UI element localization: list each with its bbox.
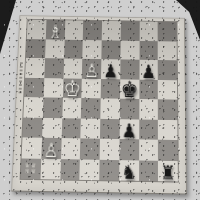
square-g4[interactable] [139,99,158,119]
square-a5[interactable] [24,77,44,97]
square-b4[interactable] [43,97,63,117]
square-d4[interactable] [81,98,101,118]
frame-stamp-marking [19,62,23,93]
square-g6[interactable]: ♟ [139,60,158,80]
square-h6[interactable] [158,60,177,80]
square-e6[interactable]: ♟ [101,59,120,79]
square-h4[interactable] [158,99,177,119]
square-a1[interactable]: ♛♛♛♛ [21,158,41,179]
square-a3[interactable] [22,117,42,138]
chessboard-photo: ♗♙♟♟♔♚♟♙♛♛♛♛♞♜ [0,0,200,200]
square-h2[interactable] [158,140,178,161]
square-a4[interactable] [23,97,43,117]
square-c3[interactable] [61,118,81,139]
square-b3[interactable] [42,117,62,138]
square-d8[interactable] [83,21,102,40]
square-d7[interactable] [83,40,102,60]
square-g7[interactable] [139,40,158,60]
piece-black-rook-h1[interactable]: ♜ [160,163,175,183]
square-d3[interactable] [81,118,101,139]
square-c2[interactable] [61,138,81,159]
square-g1[interactable] [139,160,159,181]
square-f1[interactable]: ♞ [119,160,139,181]
square-h7[interactable] [158,41,177,61]
square-b8[interactable]: ♗ [46,20,65,39]
square-d6[interactable]: ♙ [82,59,101,79]
board-grid[interactable]: ♗♙♟♟♔♚♟♙♛♛♛♛♞♜ [21,20,178,182]
board-frame: ♗♙♟♟♔♚♟♙♛♛♛♛♞♜ [11,15,187,194]
square-d2[interactable] [80,138,100,159]
square-a6[interactable] [25,58,45,78]
square-a8[interactable] [27,20,46,39]
piece-white-bishop-b8[interactable]: ♗ [48,23,63,41]
square-g8[interactable] [139,22,158,41]
square-c8[interactable] [64,20,83,39]
square-g2[interactable] [139,139,159,160]
square-e4[interactable] [100,98,119,118]
square-e7[interactable] [101,40,120,60]
square-f7[interactable] [120,40,139,60]
square-g3[interactable] [139,119,158,140]
square-d1[interactable] [80,159,100,180]
piece-white-king-c5[interactable]: ♔ [63,78,81,100]
square-c1[interactable] [60,159,80,180]
piece-black-pawn-e6[interactable]: ♟ [103,62,118,80]
board-maker-logo-row: ♛♛ [24,168,37,174]
square-c5[interactable]: ♔ [62,78,82,98]
square-c7[interactable] [64,39,83,59]
piece-white-pawn-b2[interactable]: ♙ [43,141,59,160]
square-a7[interactable] [26,39,46,59]
square-e3[interactable] [100,118,120,139]
square-a2[interactable] [22,137,42,158]
square-f8[interactable] [120,21,139,40]
square-h1[interactable]: ♜ [158,160,178,181]
chess-board: ♗♙♟♟♔♚♟♙♛♛♛♛♞♜ [11,15,187,194]
board-maker-logo: ♛♛♛♛ [21,158,41,179]
piece-black-pawn-g6[interactable]: ♟ [141,62,156,80]
background-shadow-top-left [0,0,16,54]
square-b2[interactable]: ♙ [41,138,61,159]
piece-black-king-f5[interactable]: ♚ [121,79,138,101]
square-f3[interactable]: ♟ [119,119,138,140]
square-h8[interactable] [158,22,177,41]
square-b5[interactable] [43,78,63,98]
piece-white-pawn-d6[interactable]: ♙ [84,61,99,79]
piece-black-pawn-f3[interactable]: ♟ [122,122,137,141]
square-e8[interactable] [102,21,121,40]
square-f2[interactable] [119,139,139,160]
square-h3[interactable] [158,119,177,140]
square-h5[interactable] [158,80,177,100]
square-e1[interactable] [99,159,119,180]
square-f5[interactable]: ♚ [120,79,139,99]
square-b6[interactable] [44,58,64,78]
piece-black-knight-f1[interactable]: ♞ [121,163,136,183]
square-e2[interactable] [100,139,120,160]
